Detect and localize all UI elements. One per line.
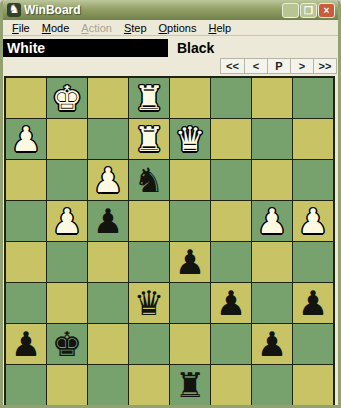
square-g6[interactable] (252, 160, 292, 200)
back-button[interactable]: < (244, 59, 267, 73)
square-c3[interactable] (88, 283, 128, 323)
square-d6[interactable]: ♞ (129, 160, 169, 200)
piece-white-king-b8[interactable]: ♚ (52, 79, 82, 117)
minimize-button[interactable]: _ (282, 3, 299, 18)
piece-black-pawn-e4[interactable]: ♟ (175, 243, 205, 281)
square-c4[interactable] (88, 242, 128, 282)
square-g3[interactable] (252, 283, 292, 323)
maximize-icon: ❐ (304, 5, 313, 16)
square-d2[interactable] (129, 324, 169, 364)
piece-black-queen-d3[interactable]: ♛ (134, 284, 164, 322)
square-d5[interactable] (129, 201, 169, 241)
piece-white-queen-e7[interactable]: ♛ (175, 120, 205, 158)
square-a3[interactable] (6, 283, 46, 323)
piece-white-pawn-h5[interactable]: ♟ (298, 202, 328, 240)
piece-black-pawn-f3[interactable]: ♟ (216, 284, 246, 322)
square-h8[interactable] (293, 78, 333, 118)
square-f7[interactable] (211, 119, 251, 159)
piece-black-rook-e1[interactable]: ♜ (175, 366, 205, 404)
square-c6[interactable]: ♟ (88, 160, 128, 200)
square-e1[interactable]: ♜ (170, 365, 210, 405)
square-e3[interactable] (170, 283, 210, 323)
square-h7[interactable] (293, 119, 333, 159)
square-c8[interactable] (88, 78, 128, 118)
square-b7[interactable] (47, 119, 87, 159)
square-c2[interactable] (88, 324, 128, 364)
menu-options[interactable]: Options (153, 21, 203, 35)
square-g1[interactable] (252, 365, 292, 405)
forward-button[interactable]: > (290, 59, 313, 73)
pause-button[interactable]: P (267, 59, 290, 73)
title-bar[interactable]: ♞ WinBoard _ ❐ × (3, 0, 338, 20)
menu-mode[interactable]: Mode (36, 21, 76, 35)
white-clock[interactable]: White (3, 39, 168, 57)
square-h5[interactable]: ♟ (293, 201, 333, 241)
square-d4[interactable] (129, 242, 169, 282)
nav-toolbar: <<<P>>> (220, 58, 337, 74)
square-b6[interactable] (47, 160, 87, 200)
minimize-icon: _ (288, 7, 294, 18)
piece-white-pawn-c6[interactable]: ♟ (93, 161, 123, 199)
square-a6[interactable] (6, 160, 46, 200)
piece-white-pawn-b5[interactable]: ♟ (52, 202, 82, 240)
square-e5[interactable] (170, 201, 210, 241)
square-a1[interactable] (6, 365, 46, 405)
menu-bar: FileModeActionStepOptionsHelp (3, 20, 338, 36)
square-e7[interactable]: ♛ (170, 119, 210, 159)
piece-white-rook-d8[interactable]: ♜ (134, 79, 164, 117)
piece-white-pawn-g5[interactable]: ♟ (257, 202, 287, 240)
piece-white-rook-d7[interactable]: ♜ (134, 120, 164, 158)
square-c7[interactable] (88, 119, 128, 159)
chess-board: ♚♜♟♜♛♟♞♟♟♟♟♟♛♟♟♟♚♟♜ (4, 76, 335, 407)
menu-action: Action (75, 21, 118, 35)
piece-black-pawn-h3[interactable]: ♟ (298, 284, 328, 322)
square-e8[interactable] (170, 78, 210, 118)
square-d3[interactable]: ♛ (129, 283, 169, 323)
square-c5[interactable]: ♟ (88, 201, 128, 241)
square-a8[interactable] (6, 78, 46, 118)
to-end-button[interactable]: >> (313, 59, 336, 73)
square-h1[interactable] (293, 365, 333, 405)
square-f2[interactable] (211, 324, 251, 364)
black-clock[interactable]: Black (177, 39, 214, 57)
menu-help[interactable]: Help (202, 21, 237, 35)
piece-white-pawn-a7[interactable]: ♟ (11, 120, 41, 158)
close-icon: × (324, 5, 330, 16)
square-g8[interactable] (252, 78, 292, 118)
square-f6[interactable] (211, 160, 251, 200)
square-a7[interactable]: ♟ (6, 119, 46, 159)
menu-file[interactable]: File (6, 21, 36, 35)
square-b4[interactable] (47, 242, 87, 282)
maximize-button[interactable]: ❐ (300, 3, 317, 18)
menu-step[interactable]: Step (118, 21, 153, 35)
piece-black-pawn-g2[interactable]: ♟ (257, 325, 287, 363)
square-h4[interactable] (293, 242, 333, 282)
square-e6[interactable] (170, 160, 210, 200)
square-b1[interactable] (47, 365, 87, 405)
square-f8[interactable] (211, 78, 251, 118)
square-g2[interactable]: ♟ (252, 324, 292, 364)
winboard-knight-logo-icon: ♞ (7, 3, 21, 17)
square-f1[interactable] (211, 365, 251, 405)
square-d8[interactable]: ♜ (129, 78, 169, 118)
square-d1[interactable] (129, 365, 169, 405)
square-f3[interactable]: ♟ (211, 283, 251, 323)
square-f5[interactable] (211, 201, 251, 241)
window-title: WinBoard (24, 3, 281, 17)
square-d7[interactable]: ♜ (129, 119, 169, 159)
square-g5[interactable]: ♟ (252, 201, 292, 241)
winboard-window: ♞ WinBoard _ ❐ × FileModeActionStepOptio… (0, 0, 341, 408)
square-b5[interactable]: ♟ (47, 201, 87, 241)
square-e4[interactable]: ♟ (170, 242, 210, 282)
square-b8[interactable]: ♚ (47, 78, 87, 118)
square-g4[interactable] (252, 242, 292, 282)
piece-black-knight-d6[interactable]: ♞ (134, 161, 164, 199)
piece-black-pawn-a2[interactable]: ♟ (11, 325, 41, 363)
close-button[interactable]: × (318, 3, 335, 18)
square-a4[interactable] (6, 242, 46, 282)
square-c1[interactable] (88, 365, 128, 405)
square-f4[interactable] (211, 242, 251, 282)
piece-black-king-b2[interactable]: ♚ (52, 325, 82, 363)
square-b3[interactable] (47, 283, 87, 323)
square-g7[interactable] (252, 119, 292, 159)
nav-row: <<<P>>> (3, 57, 338, 75)
square-a5[interactable] (6, 201, 46, 241)
piece-black-pawn-c5[interactable]: ♟ (93, 202, 123, 240)
square-b2[interactable]: ♚ (47, 324, 87, 364)
square-h6[interactable] (293, 160, 333, 200)
square-a2[interactable]: ♟ (6, 324, 46, 364)
clock-row: White Black (3, 38, 338, 57)
to-start-button[interactable]: << (221, 59, 244, 73)
square-h3[interactable]: ♟ (293, 283, 333, 323)
square-e2[interactable] (170, 324, 210, 364)
square-h2[interactable] (293, 324, 333, 364)
